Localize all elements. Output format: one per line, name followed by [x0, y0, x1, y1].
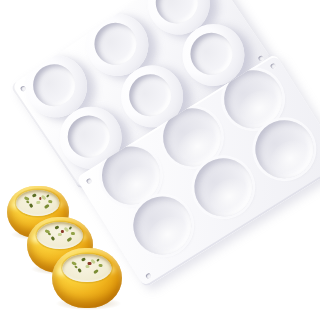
corner-hole	[85, 177, 92, 184]
pistachio-bit	[46, 194, 49, 197]
pistachio-bit	[85, 265, 90, 269]
pistachio-bit	[54, 225, 59, 229]
dome-recess	[86, 15, 144, 73]
cavity-floor-highlight	[203, 171, 253, 218]
pistachio-bit	[44, 204, 49, 209]
dome-recess	[121, 66, 179, 124]
pistachio-bit	[81, 257, 86, 261]
pistachio-bit	[98, 264, 103, 268]
cavity-floor-highlight	[142, 209, 192, 256]
berry-bit	[61, 230, 64, 233]
corner-hole	[269, 62, 276, 69]
pistachio-bit	[69, 226, 73, 230]
product-photo-scene	[0, 0, 320, 320]
berry-bit	[88, 262, 91, 265]
cake-cream-top	[37, 222, 83, 249]
berry-bit	[39, 197, 42, 200]
pistachio-bit	[93, 269, 99, 275]
pistachio-bit	[66, 236, 72, 241]
dome-recess	[148, 0, 206, 32]
cavity-floor-highlight	[264, 133, 314, 180]
pistachio-bit	[36, 200, 40, 203]
pistachio-bit	[29, 203, 33, 208]
pistachio-cake	[52, 248, 122, 307]
pistachio-bit	[32, 193, 36, 197]
pistachio-bit	[71, 232, 75, 236]
pistachio-bit	[77, 268, 82, 273]
corner-hole	[144, 272, 151, 279]
pistachio-bit	[96, 258, 100, 262]
pistachio-bit	[50, 236, 55, 241]
dome-recess	[25, 56, 83, 114]
pistachio-bit	[74, 265, 78, 268]
pistachio-bit	[58, 232, 62, 236]
pistachio-bit	[48, 200, 52, 203]
dome-recess	[182, 25, 240, 83]
pistachio-bit	[48, 233, 52, 236]
